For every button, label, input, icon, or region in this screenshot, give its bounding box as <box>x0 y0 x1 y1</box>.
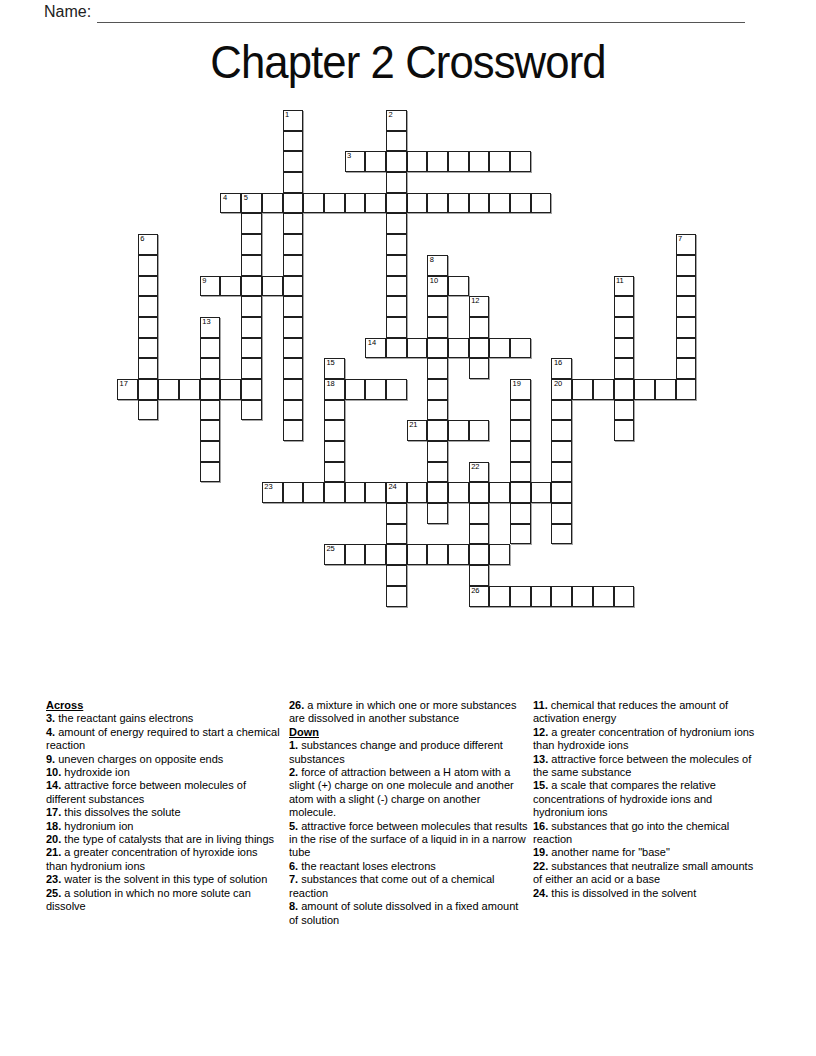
clue-across-26: 26. a mixture in which one or more subst… <box>289 699 529 726</box>
grid-cell-r13c4[interactable] <box>200 379 221 400</box>
cell-number-10: 10 <box>430 277 438 285</box>
grid-cell-r21c11[interactable] <box>345 544 366 565</box>
grid-cell-r2c14[interactable] <box>407 151 428 172</box>
clue-number-across-20: 20. <box>46 833 64 845</box>
grid-cell-r19c19[interactable] <box>510 503 531 524</box>
clue-down-5: 5. attractive force between molecules th… <box>289 820 529 860</box>
grid-cell-r23c18[interactable] <box>489 586 510 607</box>
grid-cell-r2c12[interactable] <box>365 151 386 172</box>
cell-number-7: 7 <box>678 235 682 243</box>
grid-cell-r12c8[interactable] <box>283 358 304 379</box>
clue-number-across-26: 26. <box>289 699 307 711</box>
grid-cell-r7c6[interactable] <box>241 255 262 276</box>
grid-cell-r2c15[interactable] <box>427 151 448 172</box>
grid-cell-r11c4[interactable] <box>200 338 221 359</box>
grid-cell-r4c9[interactable] <box>303 193 324 214</box>
clue-across-9: 9. uneven charges on opposite ends <box>46 753 282 766</box>
cell-number-19: 19 <box>513 380 521 388</box>
grid-cell-r4c14[interactable] <box>407 193 428 214</box>
grid-cell-r8c7[interactable] <box>262 276 283 297</box>
grid-cell-r2c11[interactable]: 3 <box>345 151 366 172</box>
grid-cell-r10c24[interactable] <box>614 317 635 338</box>
grid-cell-r0c8[interactable]: 1 <box>283 110 304 131</box>
grid-cell-r8c4[interactable]: 9 <box>200 276 221 297</box>
grid-cell-r11c19[interactable] <box>510 338 531 359</box>
grid-cell-r15c10[interactable] <box>324 420 345 441</box>
grid-cell-r13c10[interactable]: 18 <box>324 379 345 400</box>
grid-cell-r23c13[interactable] <box>386 586 407 607</box>
grid-cell-r13c2[interactable] <box>158 379 179 400</box>
grid-cell-r15c15[interactable] <box>427 420 448 441</box>
grid-cell-r20c21[interactable] <box>551 524 572 545</box>
cell-number-14: 14 <box>368 339 376 347</box>
grid-cell-r8c6[interactable] <box>241 276 262 297</box>
clue-number-across-21: 21. <box>46 846 64 858</box>
clue-across-25: 25. a solution in which no more solute c… <box>46 887 282 914</box>
name-input-line[interactable] <box>97 1 745 23</box>
grid-cell-r7c27[interactable] <box>676 255 697 276</box>
grid-cell-r8c15[interactable]: 10 <box>427 276 448 297</box>
grid-cell-r16c4[interactable] <box>200 441 221 462</box>
clue-number-down-1: 1. <box>289 739 301 751</box>
grid-cell-r0c13[interactable]: 2 <box>386 110 407 131</box>
grid-cell-r6c1[interactable]: 6 <box>138 234 159 255</box>
grid-cell-r18c10[interactable] <box>324 482 345 503</box>
grid-cell-r14c19[interactable] <box>510 400 531 421</box>
grid-cell-r23c19[interactable] <box>510 586 531 607</box>
grid-cell-r13c5[interactable] <box>220 379 241 400</box>
cell-number-26: 26 <box>471 587 479 595</box>
cell-number-6: 6 <box>140 235 144 243</box>
cell-number-8: 8 <box>430 256 434 264</box>
grid-cell-r5c8[interactable] <box>283 213 304 234</box>
grid-cell-r13c12[interactable] <box>365 379 386 400</box>
clue-down-19: 19. another name for "base" <box>533 846 765 859</box>
clue-number-down-2: 2. <box>289 766 301 778</box>
grid-cell-r14c8[interactable] <box>283 400 304 421</box>
grid-cell-r13c0[interactable]: 17 <box>117 379 138 400</box>
grid-cell-r13c3[interactable] <box>179 379 200 400</box>
grid-cell-r12c4[interactable] <box>200 358 221 379</box>
grid-cell-r11c15[interactable] <box>427 338 448 359</box>
grid-cell-r9c1[interactable] <box>138 296 159 317</box>
grid-cell-r20c17[interactable] <box>469 524 490 545</box>
grid-cell-r1c8[interactable] <box>283 131 304 152</box>
grid-cell-r18c15[interactable] <box>427 482 448 503</box>
grid-cell-r10c15[interactable] <box>427 317 448 338</box>
grid-cell-r18c19[interactable] <box>510 482 531 503</box>
grid-cell-r18c21[interactable] <box>551 482 572 503</box>
grid-cell-r18c17[interactable] <box>469 482 490 503</box>
grid-cell-r8c1[interactable] <box>138 276 159 297</box>
grid-cell-r4c19[interactable] <box>510 193 531 214</box>
grid-cell-r8c5[interactable] <box>220 276 241 297</box>
clue-down-1: 1. substances change and produce differe… <box>289 739 529 766</box>
grid-cell-r9c24[interactable] <box>614 296 635 317</box>
clue-across-18: 18. hydronium ion <box>46 820 282 833</box>
grid-cell-r8c24[interactable]: 11 <box>614 276 635 297</box>
grid-cell-r19c15[interactable] <box>427 503 448 524</box>
clue-number-down-12: 12. <box>533 726 551 738</box>
grid-cell-r12c15[interactable] <box>427 358 448 379</box>
grid-cell-r4c16[interactable] <box>448 193 469 214</box>
grid-cell-r21c12[interactable] <box>365 544 386 565</box>
cell-number-18: 18 <box>326 380 334 388</box>
grid-cell-r13c13[interactable] <box>386 379 407 400</box>
grid-cell-r11c12[interactable]: 14 <box>365 338 386 359</box>
clue-number-down-8: 8. <box>289 900 301 912</box>
worksheet-page: { "game": "crossword", "header": { "name… <box>0 0 816 1056</box>
clue-number-down-19: 19. <box>533 846 551 858</box>
cell-number-4: 4 <box>223 194 227 202</box>
clue-across-23: 23. water is the solvent in this type of… <box>46 873 282 886</box>
grid-cell-r14c6[interactable] <box>241 400 262 421</box>
grid-cell-r15c14[interactable]: 21 <box>407 420 428 441</box>
clue-down-7: 7. substances that come out of a chemica… <box>289 873 529 900</box>
grid-cell-r4c17[interactable] <box>469 193 490 214</box>
grid-cell-r17c15[interactable] <box>427 462 448 483</box>
grid-cell-r15c16[interactable] <box>448 420 469 441</box>
grid-cell-r18c20[interactable] <box>531 482 552 503</box>
grid-cell-r5c6[interactable] <box>241 213 262 234</box>
clue-across-21: 21. a greater concentration of hyroxide … <box>46 846 282 873</box>
grid-cell-r13c22[interactable] <box>572 379 593 400</box>
grid-cell-r21c17[interactable] <box>469 544 490 565</box>
grid-cell-r14c1[interactable] <box>138 400 159 421</box>
grid-cell-r12c17[interactable] <box>469 358 490 379</box>
cell-number-23: 23 <box>264 483 272 491</box>
grid-cell-r4c6[interactable]: 5 <box>241 193 262 214</box>
grid-cell-r19c13[interactable] <box>386 503 407 524</box>
grid-cell-r16c21[interactable] <box>551 441 572 462</box>
grid-cell-r13c24[interactable] <box>614 379 635 400</box>
down-header: Down <box>289 726 529 739</box>
grid-cell-r10c13[interactable] <box>386 317 407 338</box>
grid-cell-r11c18[interactable] <box>489 338 510 359</box>
grid-cell-r23c21[interactable] <box>551 586 572 607</box>
grid-cell-r10c6[interactable] <box>241 317 262 338</box>
cell-number-13: 13 <box>202 318 210 326</box>
clue-number-down-13: 13. <box>533 753 551 765</box>
grid-cell-r17c10[interactable] <box>324 462 345 483</box>
grid-cell-r8c8[interactable] <box>283 276 304 297</box>
grid-cell-r4c8[interactable] <box>283 193 304 214</box>
grid-cell-r21c15[interactable] <box>427 544 448 565</box>
grid-cell-r17c21[interactable] <box>551 462 572 483</box>
grid-cell-r10c17[interactable] <box>469 317 490 338</box>
grid-cell-r18c11[interactable] <box>345 482 366 503</box>
grid-cell-r9c8[interactable] <box>283 296 304 317</box>
grid-cell-r10c4[interactable]: 13 <box>200 317 221 338</box>
grid-cell-r22c17[interactable] <box>469 565 490 586</box>
grid-cell-r19c21[interactable] <box>551 503 572 524</box>
grid-cell-r15c19[interactable] <box>510 420 531 441</box>
grid-cell-r12c1[interactable] <box>138 358 159 379</box>
grid-cell-r15c24[interactable] <box>614 420 635 441</box>
grid-cell-r13c27[interactable] <box>676 379 697 400</box>
cell-number-1: 1 <box>285 111 289 119</box>
grid-cell-r5c13[interactable] <box>386 213 407 234</box>
grid-cell-r18c7[interactable]: 23 <box>262 482 283 503</box>
grid-cell-r11c27[interactable] <box>676 338 697 359</box>
grid-cell-r16c15[interactable] <box>427 441 448 462</box>
clue-across-10: 10. hydroxide ion <box>46 766 282 779</box>
clue-across-14: 14. attractive force between molecules o… <box>46 779 282 806</box>
grid-cell-r19c17[interactable] <box>469 503 490 524</box>
grid-cell-r9c27[interactable] <box>676 296 697 317</box>
grid-cell-r11c8[interactable] <box>283 338 304 359</box>
cell-number-15: 15 <box>326 359 334 367</box>
grid-cell-r4c13[interactable] <box>386 193 407 214</box>
grid-cell-r15c21[interactable] <box>551 420 572 441</box>
grid-cell-r11c6[interactable] <box>241 338 262 359</box>
clue-down-12: 12. a greater concentration of hydronium… <box>533 726 765 753</box>
grid-cell-r13c21[interactable]: 20 <box>551 379 572 400</box>
grid-cell-r10c1[interactable] <box>138 317 159 338</box>
grid-cell-r7c8[interactable] <box>283 255 304 276</box>
grid-cell-r11c17[interactable] <box>469 338 490 359</box>
grid-cell-r9c13[interactable] <box>386 296 407 317</box>
cell-number-2: 2 <box>388 111 392 119</box>
clue-down-15: 15. a scale that compares the relative c… <box>533 779 765 819</box>
grid-cell-r11c24[interactable] <box>614 338 635 359</box>
grid-cell-r23c17[interactable]: 26 <box>469 586 490 607</box>
grid-cell-r23c23[interactable] <box>593 586 614 607</box>
grid-cell-r4c11[interactable] <box>345 193 366 214</box>
clue-down-22: 22. substances that neutralize small amo… <box>533 860 765 887</box>
grid-cell-r17c17[interactable]: 22 <box>469 462 490 483</box>
grid-cell-r18c13[interactable]: 24 <box>386 482 407 503</box>
cell-number-12: 12 <box>471 297 479 305</box>
clue-across-17: 17. this dissolves the solute <box>46 806 282 819</box>
clue-number-across-23: 23. <box>46 873 64 885</box>
grid-cell-r15c4[interactable] <box>200 420 221 441</box>
grid-cell-r21c18[interactable] <box>489 544 510 565</box>
cell-number-5: 5 <box>244 194 248 202</box>
grid-cell-r9c6[interactable] <box>241 296 262 317</box>
clue-number-down-6: 6. <box>289 860 301 872</box>
clue-down-8: 8. amount of solute dissolved in a fixed… <box>289 900 529 927</box>
clue-down-2: 2. force of attraction between a H atom … <box>289 766 529 820</box>
grid-cell-r23c24[interactable] <box>614 586 635 607</box>
grid-cell-r13c11[interactable] <box>345 379 366 400</box>
clue-number-across-17: 17. <box>46 806 64 818</box>
grid-cell-r22c13[interactable] <box>386 565 407 586</box>
clue-down-6: 6. the reactant loses electrons <box>289 860 529 873</box>
grid-cell-r13c25[interactable] <box>634 379 655 400</box>
clue-number-across-4: 4. <box>46 726 58 738</box>
grid-cell-r4c5[interactable]: 4 <box>220 193 241 214</box>
grid-cell-r2c18[interactable] <box>489 151 510 172</box>
clue-down-13: 13. attractive force between the molecul… <box>533 753 765 780</box>
grid-cell-r18c8[interactable] <box>283 482 304 503</box>
grid-cell-r13c15[interactable] <box>427 379 448 400</box>
clue-number-across-14: 14. <box>46 779 64 791</box>
clue-across-4: 4. amount of energy required to start a … <box>46 726 282 753</box>
grid-cell-r13c26[interactable] <box>655 379 676 400</box>
grid-cell-r18c16[interactable] <box>448 482 469 503</box>
grid-cell-r6c27[interactable]: 7 <box>676 234 697 255</box>
grid-cell-r12c21[interactable]: 16 <box>551 358 572 379</box>
grid-cell-r17c19[interactable] <box>510 462 531 483</box>
cell-number-9: 9 <box>202 277 206 285</box>
grid-cell-r10c27[interactable] <box>676 317 697 338</box>
grid-cell-r13c6[interactable] <box>241 379 262 400</box>
grid-cell-r14c24[interactable] <box>614 400 635 421</box>
cell-number-25: 25 <box>326 545 334 553</box>
clue-number-down-7: 7. <box>289 873 301 885</box>
clue-column-middle: 26. a mixture in which one or more subst… <box>289 699 529 927</box>
cell-number-20: 20 <box>554 380 562 388</box>
grid-cell-r21c13[interactable] <box>386 544 407 565</box>
clue-column-down: 11. chemical that reduces the amount of … <box>533 699 765 900</box>
grid-cell-r21c16[interactable] <box>448 544 469 565</box>
across-header: Across <box>46 699 282 712</box>
grid-cell-r18c14[interactable] <box>407 482 428 503</box>
clue-number-across-9: 9. <box>46 753 58 765</box>
cell-number-22: 22 <box>471 463 479 471</box>
grid-cell-r12c10[interactable]: 15 <box>324 358 345 379</box>
grid-cell-r18c9[interactable] <box>303 482 324 503</box>
clue-down-24: 24. this is dissolved in the solvent <box>533 887 765 900</box>
grid-cell-r6c13[interactable] <box>386 234 407 255</box>
grid-cell-r16c10[interactable] <box>324 441 345 462</box>
grid-cell-r10c8[interactable] <box>283 317 304 338</box>
clue-number-down-15: 15. <box>533 779 551 791</box>
grid-cell-r13c23[interactable] <box>593 379 614 400</box>
grid-cell-r12c27[interactable] <box>676 358 697 379</box>
grid-cell-r4c12[interactable] <box>365 193 386 214</box>
clue-across-3: 3. the reactant gains electrons <box>46 712 282 725</box>
grid-cell-r4c15[interactable] <box>427 193 448 214</box>
grid-cell-r11c16[interactable] <box>448 338 469 359</box>
grid-cell-r13c1[interactable] <box>138 379 159 400</box>
grid-cell-r13c19[interactable]: 19 <box>510 379 531 400</box>
grid-cell-r4c20[interactable] <box>531 193 552 214</box>
grid-cell-r14c15[interactable] <box>427 400 448 421</box>
grid-cell-r2c16[interactable] <box>448 151 469 172</box>
name-label: Name: <box>44 3 91 21</box>
grid-cell-r21c14[interactable] <box>407 544 428 565</box>
grid-cell-r7c13[interactable] <box>386 255 407 276</box>
grid-cell-r4c10[interactable] <box>324 193 345 214</box>
grid-cell-r12c6[interactable] <box>241 358 262 379</box>
grid-cell-r17c4[interactable] <box>200 462 221 483</box>
cell-number-3: 3 <box>347 152 351 160</box>
grid-cell-r13c8[interactable] <box>283 379 304 400</box>
grid-cell-r18c12[interactable] <box>365 482 386 503</box>
cell-number-16: 16 <box>554 359 562 367</box>
grid-cell-r2c8[interactable] <box>283 151 304 172</box>
clue-number-across-3: 3. <box>46 712 58 724</box>
clue-column-across: Across3. the reactant gains electrons4. … <box>46 699 282 914</box>
clue-down-11: 11. chemical that reduces the amount of … <box>533 699 765 726</box>
grid-cell-r3c8[interactable] <box>283 172 304 193</box>
grid-cell-r11c13[interactable] <box>386 338 407 359</box>
cell-number-21: 21 <box>409 421 417 429</box>
grid-cell-r12c24[interactable] <box>614 358 635 379</box>
grid-cell-r2c13[interactable] <box>386 151 407 172</box>
grid-cell-r14c21[interactable] <box>551 400 572 421</box>
grid-cell-r16c19[interactable] <box>510 441 531 462</box>
grid-cell-r3c13[interactable] <box>386 172 407 193</box>
grid-cell-r4c7[interactable] <box>262 193 283 214</box>
grid-cell-r9c15[interactable] <box>427 296 448 317</box>
grid-cell-r14c10[interactable] <box>324 400 345 421</box>
clue-across-20: 20. the type of catalysts that are in li… <box>46 833 282 846</box>
grid-cell-r2c17[interactable] <box>469 151 490 172</box>
clue-number-down-11: 11. <box>533 699 551 711</box>
clue-number-down-22: 22. <box>533 860 551 872</box>
grid-cell-r23c22[interactable] <box>572 586 593 607</box>
grid-cell-r11c14[interactable] <box>407 338 428 359</box>
clue-number-down-16: 16. <box>533 820 551 832</box>
grid-cell-r8c27[interactable] <box>676 276 697 297</box>
grid-cell-r9c17[interactable]: 12 <box>469 296 490 317</box>
grid-cell-r2c19[interactable] <box>510 151 531 172</box>
grid-cell-r7c15[interactable]: 8 <box>427 255 448 276</box>
page-title: Chapter 2 Crossword <box>29 34 788 89</box>
cell-number-11: 11 <box>616 277 624 285</box>
cell-number-24: 24 <box>388 483 396 491</box>
grid-cell-r18c18[interactable] <box>489 482 510 503</box>
grid-cell-r11c1[interactable] <box>138 338 159 359</box>
grid-cell-r23c20[interactable] <box>531 586 552 607</box>
crossword-grid: 1234567891011121314151617181920212223242… <box>117 110 696 607</box>
grid-cell-r14c4[interactable] <box>200 400 221 421</box>
grid-cell-r6c6[interactable] <box>241 234 262 255</box>
clue-number-across-10: 10. <box>46 766 64 778</box>
clue-number-down-5: 5. <box>289 820 301 832</box>
grid-cell-r7c1[interactable] <box>138 255 159 276</box>
clue-number-across-25: 25. <box>46 887 64 899</box>
grid-cell-r15c17[interactable] <box>469 420 490 441</box>
grid-cell-r4c18[interactable] <box>489 193 510 214</box>
clue-number-down-24: 24. <box>533 887 551 899</box>
grid-cell-r21c10[interactable]: 25 <box>324 544 345 565</box>
grid-cell-r8c13[interactable] <box>386 276 407 297</box>
grid-cell-r15c8[interactable] <box>283 420 304 441</box>
clue-down-16: 16. substances that go into the chemical… <box>533 820 765 847</box>
cell-number-17: 17 <box>120 380 128 388</box>
grid-cell-r20c19[interactable] <box>510 524 531 545</box>
grid-cell-r1c13[interactable] <box>386 131 407 152</box>
grid-cell-r20c13[interactable] <box>386 524 407 545</box>
clue-number-across-18: 18. <box>46 820 64 832</box>
grid-cell-r8c16[interactable] <box>448 276 469 297</box>
grid-cell-r6c8[interactable] <box>283 234 304 255</box>
